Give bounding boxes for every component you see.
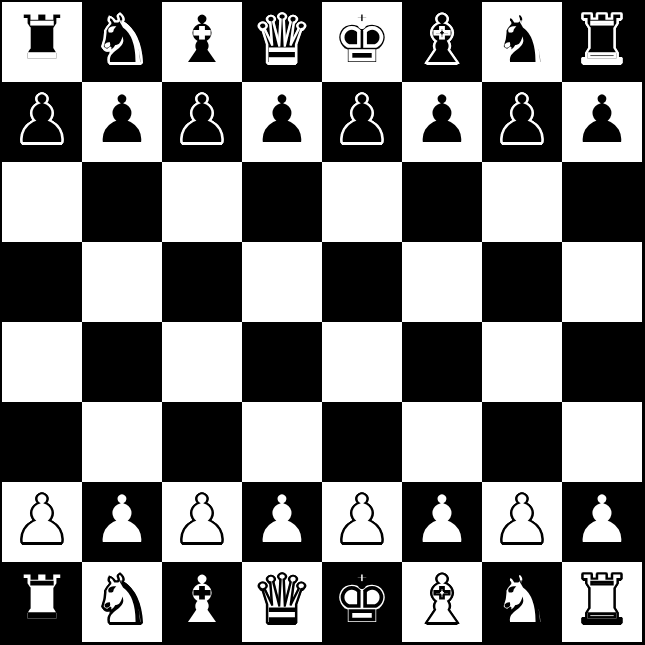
white-rook: ♜	[572, 566, 633, 634]
white-bishop: ♝	[412, 566, 473, 634]
square-g7[interactable]: ♟	[482, 82, 562, 162]
square-f5[interactable]	[402, 242, 482, 322]
square-g4[interactable]	[482, 322, 562, 402]
square-d3[interactable]	[242, 402, 322, 482]
black-pawn: ♟	[332, 86, 393, 154]
square-c6[interactable]	[162, 162, 242, 242]
square-d2[interactable]: ♟	[242, 482, 322, 562]
square-g2[interactable]: ♟	[482, 482, 562, 562]
square-g8[interactable]: ♞	[482, 2, 562, 82]
white-pawn: ♟	[172, 486, 233, 554]
square-d6[interactable]	[242, 162, 322, 242]
square-d8[interactable]: ♛	[242, 2, 322, 82]
black-bishop: ♝	[172, 6, 233, 74]
square-f7[interactable]: ♟	[402, 82, 482, 162]
square-a5[interactable]	[2, 242, 82, 322]
white-knight: ♞	[492, 566, 553, 634]
square-g3[interactable]	[482, 402, 562, 482]
board-frame: ♜♞♝♛♚♝♞♜♟♟♟♟♟♟♟♟♟♟♟♟♟♟♟♟♜♞♝♛♚♝♞♜	[0, 0, 645, 645]
square-c5[interactable]	[162, 242, 242, 322]
square-a1[interactable]: ♜	[2, 562, 82, 642]
square-c4[interactable]	[162, 322, 242, 402]
square-a4[interactable]	[2, 322, 82, 402]
white-pawn: ♟	[412, 486, 473, 554]
square-e6[interactable]	[322, 162, 402, 242]
square-g1[interactable]: ♞	[482, 562, 562, 642]
square-h7[interactable]: ♟	[562, 82, 642, 162]
square-b1[interactable]: ♞	[82, 562, 162, 642]
black-pawn: ♟	[172, 86, 233, 154]
black-pawn: ♟	[412, 86, 473, 154]
square-f3[interactable]	[402, 402, 482, 482]
black-pawn: ♟	[92, 86, 153, 154]
square-h5[interactable]	[562, 242, 642, 322]
square-a2[interactable]: ♟	[2, 482, 82, 562]
black-rook: ♜	[572, 6, 633, 74]
square-a6[interactable]	[2, 162, 82, 242]
black-pawn: ♟	[492, 86, 553, 154]
square-e4[interactable]	[322, 322, 402, 402]
black-queen: ♛	[252, 6, 313, 74]
square-b4[interactable]	[82, 322, 162, 402]
white-knight: ♞	[92, 566, 153, 634]
square-d1[interactable]: ♛	[242, 562, 322, 642]
square-a7[interactable]: ♟	[2, 82, 82, 162]
square-h3[interactable]	[562, 402, 642, 482]
square-d5[interactable]	[242, 242, 322, 322]
square-e2[interactable]: ♟	[322, 482, 402, 562]
square-e3[interactable]	[322, 402, 402, 482]
square-f1[interactable]: ♝	[402, 562, 482, 642]
square-f8[interactable]: ♝	[402, 2, 482, 82]
white-king: ♚	[332, 566, 393, 634]
black-pawn: ♟	[572, 86, 633, 154]
square-b2[interactable]: ♟	[82, 482, 162, 562]
square-e7[interactable]: ♟	[322, 82, 402, 162]
white-pawn: ♟	[252, 486, 313, 554]
square-h2[interactable]: ♟	[562, 482, 642, 562]
square-b7[interactable]: ♟	[82, 82, 162, 162]
white-pawn: ♟	[572, 486, 633, 554]
square-c7[interactable]: ♟	[162, 82, 242, 162]
black-rook: ♜	[12, 6, 73, 74]
square-g6[interactable]	[482, 162, 562, 242]
black-knight: ♞	[492, 6, 553, 74]
square-d7[interactable]: ♟	[242, 82, 322, 162]
chess-board: ♜♞♝♛♚♝♞♜♟♟♟♟♟♟♟♟♟♟♟♟♟♟♟♟♜♞♝♛♚♝♞♜	[2, 2, 642, 642]
white-queen: ♛	[252, 566, 313, 634]
square-b5[interactable]	[82, 242, 162, 322]
white-rook: ♜	[12, 566, 73, 634]
square-c8[interactable]: ♝	[162, 2, 242, 82]
square-e8[interactable]: ♚	[322, 2, 402, 82]
square-b6[interactable]	[82, 162, 162, 242]
square-h8[interactable]: ♜	[562, 2, 642, 82]
square-h4[interactable]	[562, 322, 642, 402]
square-b8[interactable]: ♞	[82, 2, 162, 82]
square-h6[interactable]	[562, 162, 642, 242]
black-pawn: ♟	[252, 86, 313, 154]
square-f4[interactable]	[402, 322, 482, 402]
square-d4[interactable]	[242, 322, 322, 402]
white-pawn: ♟	[92, 486, 153, 554]
square-f2[interactable]: ♟	[402, 482, 482, 562]
square-h1[interactable]: ♜	[562, 562, 642, 642]
black-knight: ♞	[92, 6, 153, 74]
white-pawn: ♟	[332, 486, 393, 554]
black-pawn: ♟	[12, 86, 73, 154]
square-c2[interactable]: ♟	[162, 482, 242, 562]
square-f6[interactable]	[402, 162, 482, 242]
square-e1[interactable]: ♚	[322, 562, 402, 642]
square-e5[interactable]	[322, 242, 402, 322]
square-b3[interactable]	[82, 402, 162, 482]
black-bishop: ♝	[412, 6, 473, 74]
square-c3[interactable]	[162, 402, 242, 482]
square-a8[interactable]: ♜	[2, 2, 82, 82]
square-g5[interactable]	[482, 242, 562, 322]
white-bishop: ♝	[172, 566, 233, 634]
square-a3[interactable]	[2, 402, 82, 482]
white-pawn: ♟	[492, 486, 553, 554]
white-pawn: ♟	[12, 486, 73, 554]
black-king: ♚	[332, 6, 393, 74]
square-c1[interactable]: ♝	[162, 562, 242, 642]
